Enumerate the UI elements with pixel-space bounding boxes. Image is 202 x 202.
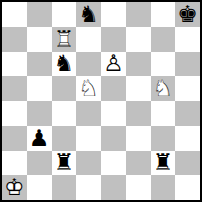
- square-c5[interactable]: [52, 76, 77, 101]
- square-h6[interactable]: [175, 52, 200, 77]
- square-g1[interactable]: [151, 175, 176, 200]
- square-g4[interactable]: [151, 101, 176, 126]
- square-e5[interactable]: [101, 76, 126, 101]
- square-a2[interactable]: [2, 151, 27, 176]
- square-f5[interactable]: [126, 76, 151, 101]
- square-f7[interactable]: [126, 27, 151, 52]
- black-king-piece: ♚: [175, 2, 200, 27]
- white-knight-piece: ♞♘: [151, 76, 176, 101]
- square-b8[interactable]: [27, 2, 52, 27]
- black-knight-piece: ♞: [52, 52, 77, 77]
- square-c7[interactable]: ♜♖: [52, 27, 77, 52]
- square-e7[interactable]: [101, 27, 126, 52]
- square-b3[interactable]: ♟: [27, 126, 52, 151]
- square-d5[interactable]: ♞♘: [76, 76, 101, 101]
- square-b4[interactable]: [27, 101, 52, 126]
- square-e1[interactable]: [101, 175, 126, 200]
- square-b2[interactable]: [27, 151, 52, 176]
- square-h3[interactable]: [175, 126, 200, 151]
- square-c4[interactable]: [52, 101, 77, 126]
- black-knight-piece: ♞: [76, 2, 101, 27]
- square-b1[interactable]: [27, 175, 52, 200]
- square-e6[interactable]: ♟♙: [101, 52, 126, 77]
- square-g5[interactable]: ♞♘: [151, 76, 176, 101]
- board-frame: ♞♚♜♖♞♟♙♞♘♞♘♟♜♜♚♔: [0, 0, 202, 202]
- square-b6[interactable]: [27, 52, 52, 77]
- square-d6[interactable]: [76, 52, 101, 77]
- square-a3[interactable]: [2, 126, 27, 151]
- square-h7[interactable]: [175, 27, 200, 52]
- square-f1[interactable]: [126, 175, 151, 200]
- black-rook-piece: ♜: [52, 151, 77, 176]
- square-e8[interactable]: [101, 2, 126, 27]
- square-h8[interactable]: ♚: [175, 2, 200, 27]
- square-c6[interactable]: ♞: [52, 52, 77, 77]
- square-a6[interactable]: [2, 52, 27, 77]
- square-f2[interactable]: [126, 151, 151, 176]
- square-d4[interactable]: [76, 101, 101, 126]
- square-h1[interactable]: [175, 175, 200, 200]
- white-pawn-piece: ♟♙: [101, 52, 126, 77]
- square-e2[interactable]: [101, 151, 126, 176]
- square-c1[interactable]: [52, 175, 77, 200]
- square-b7[interactable]: [27, 27, 52, 52]
- black-rook-piece: ♜: [151, 151, 176, 176]
- square-f8[interactable]: [126, 2, 151, 27]
- square-f4[interactable]: [126, 101, 151, 126]
- square-e3[interactable]: [101, 126, 126, 151]
- white-rook-piece: ♜♖: [52, 27, 77, 52]
- square-c8[interactable]: [52, 2, 77, 27]
- square-g6[interactable]: [151, 52, 176, 77]
- square-g3[interactable]: [151, 126, 176, 151]
- white-king-piece: ♚♔: [2, 175, 27, 200]
- square-d2[interactable]: [76, 151, 101, 176]
- square-d1[interactable]: [76, 175, 101, 200]
- square-f3[interactable]: [126, 126, 151, 151]
- square-h5[interactable]: [175, 76, 200, 101]
- square-a7[interactable]: [2, 27, 27, 52]
- square-e4[interactable]: [101, 101, 126, 126]
- square-g8[interactable]: [151, 2, 176, 27]
- square-c2[interactable]: ♜: [52, 151, 77, 176]
- chessboard: ♞♚♜♖♞♟♙♞♘♞♘♟♜♜♚♔: [2, 2, 200, 200]
- square-g7[interactable]: [151, 27, 176, 52]
- square-h2[interactable]: [175, 151, 200, 176]
- square-a8[interactable]: [2, 2, 27, 27]
- square-h4[interactable]: [175, 101, 200, 126]
- square-a5[interactable]: [2, 76, 27, 101]
- white-knight-piece: ♞♘: [76, 76, 101, 101]
- square-d3[interactable]: [76, 126, 101, 151]
- square-a1[interactable]: ♚♔: [2, 175, 27, 200]
- square-g2[interactable]: ♜: [151, 151, 176, 176]
- square-a4[interactable]: [2, 101, 27, 126]
- square-b5[interactable]: [27, 76, 52, 101]
- square-d8[interactable]: ♞: [76, 2, 101, 27]
- black-pawn-piece: ♟: [27, 126, 52, 151]
- square-f6[interactable]: [126, 52, 151, 77]
- square-c3[interactable]: [52, 126, 77, 151]
- square-d7[interactable]: [76, 27, 101, 52]
